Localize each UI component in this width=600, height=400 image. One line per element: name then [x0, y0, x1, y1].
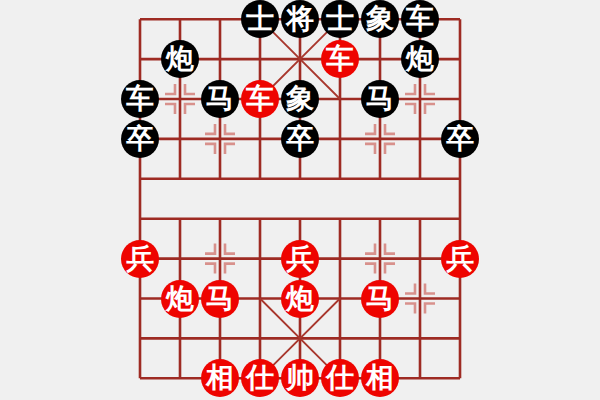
piece-black-cannon[interactable]: 炮 [401, 40, 439, 78]
piece-black-chariot[interactable]: 车 [121, 80, 159, 118]
piece-red-elephant[interactable]: 相 [201, 359, 239, 397]
piece-red-cannon[interactable]: 炮 [281, 280, 319, 318]
piece-black-horse[interactable]: 马 [201, 80, 239, 118]
piece-red-soldier[interactable]: 兵 [121, 240, 159, 278]
piece-black-elephant[interactable]: 象 [361, 0, 399, 38]
piece-black-elephant[interactable]: 象 [281, 80, 319, 118]
piece-black-cannon[interactable]: 炮 [161, 40, 199, 78]
pieces-layer: 士将士象车炮车炮车马车象马卒卒卒兵兵兵炮马炮马相仕帅仕相 [0, 0, 600, 400]
piece-red-advisor[interactable]: 仕 [241, 359, 279, 397]
piece-red-horse[interactable]: 马 [361, 280, 399, 318]
piece-red-king[interactable]: 帅 [281, 359, 319, 397]
piece-black-advisor[interactable]: 士 [321, 0, 359, 38]
xiangqi-app: 士将士象车炮车炮车马车象马卒卒卒兵兵兵炮马炮马相仕帅仕相 [0, 0, 600, 400]
piece-red-elephant[interactable]: 相 [361, 359, 399, 397]
piece-red-soldier[interactable]: 兵 [441, 240, 479, 278]
piece-red-cannon[interactable]: 炮 [161, 280, 199, 318]
piece-black-king[interactable]: 将 [281, 0, 319, 38]
piece-red-chariot[interactable]: 车 [241, 80, 279, 118]
piece-black-soldier[interactable]: 卒 [441, 120, 479, 158]
piece-red-soldier[interactable]: 兵 [281, 240, 319, 278]
piece-red-chariot[interactable]: 车 [321, 40, 359, 78]
piece-black-chariot[interactable]: 车 [401, 0, 439, 38]
piece-black-soldier[interactable]: 卒 [281, 120, 319, 158]
piece-black-horse[interactable]: 马 [361, 80, 399, 118]
piece-red-horse[interactable]: 马 [201, 280, 239, 318]
piece-red-advisor[interactable]: 仕 [321, 359, 359, 397]
piece-black-advisor[interactable]: 士 [241, 0, 279, 38]
piece-black-soldier[interactable]: 卒 [121, 120, 159, 158]
